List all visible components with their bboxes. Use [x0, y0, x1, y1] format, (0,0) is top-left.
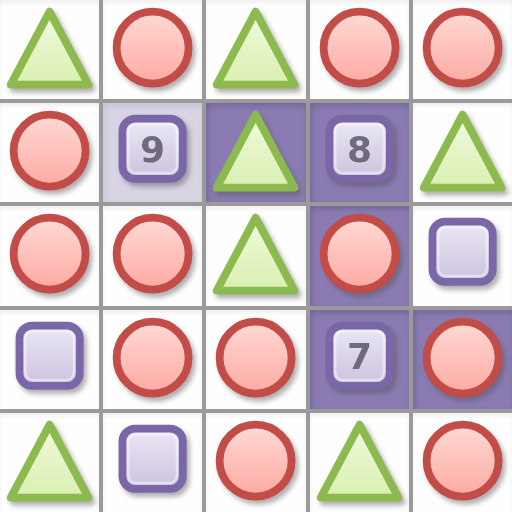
cell-r4c5[interactable]	[413, 310, 512, 409]
clue-number: 7	[347, 336, 372, 377]
square-piece	[103, 413, 202, 512]
square-piece: 9	[103, 103, 202, 202]
cell-r3c2[interactable]	[103, 206, 202, 305]
cell-r4c1[interactable]	[0, 310, 99, 409]
cell-r1c5[interactable]	[413, 0, 512, 99]
cell-r1c3[interactable]	[206, 0, 305, 99]
cell-r2c1[interactable]	[0, 103, 99, 202]
triangle-piece	[206, 206, 305, 305]
circle-piece	[103, 0, 202, 99]
circle-piece	[206, 310, 305, 409]
circle-piece	[103, 310, 202, 409]
cell-r2c3[interactable]	[206, 103, 305, 202]
cell-r5c5[interactable]	[413, 413, 512, 512]
puzzle-board: 987	[0, 0, 512, 512]
cell-r2c4[interactable]: 8	[310, 103, 409, 202]
cell-r2c2[interactable]: 9	[103, 103, 202, 202]
square-piece	[413, 206, 512, 305]
cell-r3c5[interactable]	[413, 206, 512, 305]
square-piece	[0, 310, 99, 409]
cell-r5c3[interactable]	[206, 413, 305, 512]
circle-piece	[310, 0, 409, 99]
clue-number: 9	[140, 130, 165, 171]
triangle-piece	[310, 413, 409, 512]
cell-r2c5[interactable]	[413, 103, 512, 202]
triangle-piece	[206, 0, 305, 99]
clue-number: 8	[347, 130, 372, 171]
cell-r5c2[interactable]	[103, 413, 202, 512]
triangle-piece	[206, 103, 305, 202]
cell-r3c4[interactable]	[310, 206, 409, 305]
triangle-piece	[0, 413, 99, 512]
cell-r4c4[interactable]: 7	[310, 310, 409, 409]
circle-piece	[103, 206, 202, 305]
cell-r1c1[interactable]	[0, 0, 99, 99]
cell-r1c2[interactable]	[103, 0, 202, 99]
circle-piece	[310, 206, 409, 305]
square-piece: 8	[310, 103, 409, 202]
cell-r3c3[interactable]	[206, 206, 305, 305]
circle-piece	[413, 0, 512, 99]
circle-piece	[206, 413, 305, 512]
cell-r5c4[interactable]	[310, 413, 409, 512]
cell-r4c3[interactable]	[206, 310, 305, 409]
circle-piece	[413, 413, 512, 512]
circle-piece	[0, 103, 99, 202]
cell-r4c2[interactable]	[103, 310, 202, 409]
triangle-piece	[413, 103, 512, 202]
cell-r3c1[interactable]	[0, 206, 99, 305]
square-piece: 7	[310, 310, 409, 409]
circle-piece	[413, 310, 512, 409]
cell-r5c1[interactable]	[0, 413, 99, 512]
triangle-piece	[0, 0, 99, 99]
cell-r1c4[interactable]	[310, 0, 409, 99]
circle-piece	[0, 206, 99, 305]
